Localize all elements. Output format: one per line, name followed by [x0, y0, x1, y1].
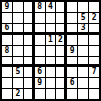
cell-r1c1-given-9[interactable]: 9 — [2, 2, 12, 12]
cell-r2c2-empty[interactable] — [13, 13, 23, 23]
cell-r4c8-empty[interactable] — [78, 35, 88, 45]
cell-r8c9-empty[interactable] — [89, 78, 99, 88]
cell-r6c5-empty[interactable] — [46, 57, 56, 67]
cell-r5c3-empty[interactable] — [24, 46, 34, 56]
cell-r5c6-empty[interactable] — [56, 46, 66, 56]
cell-r4c6-given-2[interactable]: 2 — [56, 35, 66, 45]
cell-r9c9-empty[interactable] — [89, 89, 99, 99]
cell-r4c4-empty[interactable] — [35, 35, 45, 45]
cell-r6c1-empty[interactable] — [2, 57, 12, 67]
cell-r1c8-empty[interactable] — [78, 2, 88, 12]
cell-r5c1-given-8[interactable]: 8 — [2, 46, 12, 56]
cell-r5c7-given-9[interactable]: 9 — [67, 46, 77, 56]
cell-r9c3-empty[interactable] — [24, 89, 34, 99]
cell-r5c2-empty[interactable] — [13, 46, 23, 56]
cell-r1c5-given-4[interactable]: 4 — [46, 2, 56, 12]
cell-r8c2-empty[interactable] — [13, 78, 23, 88]
cell-r2c5-empty[interactable] — [46, 13, 56, 23]
cell-r4c5-given-1[interactable]: 1 — [46, 35, 56, 45]
cell-r4c7-empty[interactable] — [67, 35, 77, 45]
cell-r8c4-given-9[interactable]: 9 — [35, 78, 45, 88]
cell-r5c5-empty[interactable] — [46, 46, 56, 56]
cell-r3c2-empty[interactable] — [13, 24, 23, 34]
cell-r8c7-given-6[interactable]: 6 — [67, 78, 77, 88]
cell-r5c9-empty[interactable] — [89, 46, 99, 56]
cell-r4c3-empty[interactable] — [24, 35, 34, 45]
cell-r4c9-empty[interactable] — [89, 35, 99, 45]
cell-r4c2-empty[interactable] — [13, 35, 23, 45]
cell-r6c8-empty[interactable] — [78, 57, 88, 67]
cell-r1c9-empty[interactable] — [89, 2, 99, 12]
cell-r6c6-empty[interactable] — [56, 57, 66, 67]
cell-r2c7-empty[interactable] — [67, 13, 77, 23]
cell-r6c3-empty[interactable] — [24, 57, 34, 67]
cell-r7c6-empty[interactable] — [56, 67, 66, 77]
cell-r5c4-empty[interactable] — [35, 46, 45, 56]
cell-r7c8-empty[interactable] — [78, 67, 88, 77]
cell-r8c6-empty[interactable] — [56, 78, 66, 88]
cell-r8c1-empty[interactable] — [2, 78, 12, 88]
cell-r2c9-given-2[interactable]: 2 — [89, 13, 99, 23]
cell-r3c5-empty[interactable] — [46, 24, 56, 34]
cell-r2c1-empty[interactable] — [2, 13, 12, 23]
cell-r6c4-empty[interactable] — [35, 57, 45, 67]
cell-r5c8-empty[interactable] — [78, 46, 88, 56]
cell-r9c2-given-2[interactable]: 2 — [13, 89, 23, 99]
cell-r3c8-given-3[interactable]: 3 — [78, 24, 88, 34]
cell-r2c3-empty[interactable] — [24, 13, 34, 23]
cell-r9c8-empty[interactable] — [78, 89, 88, 99]
cell-r6c7-empty[interactable] — [67, 57, 77, 67]
cell-r8c3-empty[interactable] — [24, 78, 34, 88]
cell-r6c9-empty[interactable] — [89, 57, 99, 67]
cell-r7c5-empty[interactable] — [46, 67, 56, 77]
cell-r3c9-empty[interactable] — [89, 24, 99, 34]
cell-r6c2-empty[interactable] — [13, 57, 23, 67]
cell-r8c5-empty[interactable] — [46, 78, 56, 88]
cell-r3c1-given-6[interactable]: 6 — [2, 24, 12, 34]
cell-r9c7-empty[interactable] — [67, 89, 77, 99]
sudoku-board: 98452631289567962 — [0, 0, 101, 101]
cell-r4c1-empty[interactable] — [2, 35, 12, 45]
cell-r9c5-empty[interactable] — [46, 89, 56, 99]
cell-r7c2-given-5[interactable]: 5 — [13, 67, 23, 77]
cell-r1c3-empty[interactable] — [24, 2, 34, 12]
cell-r3c4-empty[interactable] — [35, 24, 45, 34]
cell-r2c6-empty[interactable] — [56, 13, 66, 23]
cell-r2c4-empty[interactable] — [35, 13, 45, 23]
cell-r7c4-given-6[interactable]: 6 — [35, 67, 45, 77]
cell-r1c4-given-8[interactable]: 8 — [35, 2, 45, 12]
cell-r1c7-empty[interactable] — [67, 2, 77, 12]
cell-r3c6-empty[interactable] — [56, 24, 66, 34]
cell-r9c4-empty[interactable] — [35, 89, 45, 99]
cell-r7c7-empty[interactable] — [67, 67, 77, 77]
cell-r7c9-given-7[interactable]: 7 — [89, 67, 99, 77]
cell-r3c7-empty[interactable] — [67, 24, 77, 34]
cell-r1c2-empty[interactable] — [13, 2, 23, 12]
cell-r9c6-empty[interactable] — [56, 89, 66, 99]
cell-r9c1-empty[interactable] — [2, 89, 12, 99]
cell-r7c1-empty[interactable] — [2, 67, 12, 77]
cell-r8c8-empty[interactable] — [78, 78, 88, 88]
cell-r2c8-given-5[interactable]: 5 — [78, 13, 88, 23]
cell-r3c3-empty[interactable] — [24, 24, 34, 34]
cell-r1c6-empty[interactable] — [56, 2, 66, 12]
cell-r7c3-empty[interactable] — [24, 67, 34, 77]
